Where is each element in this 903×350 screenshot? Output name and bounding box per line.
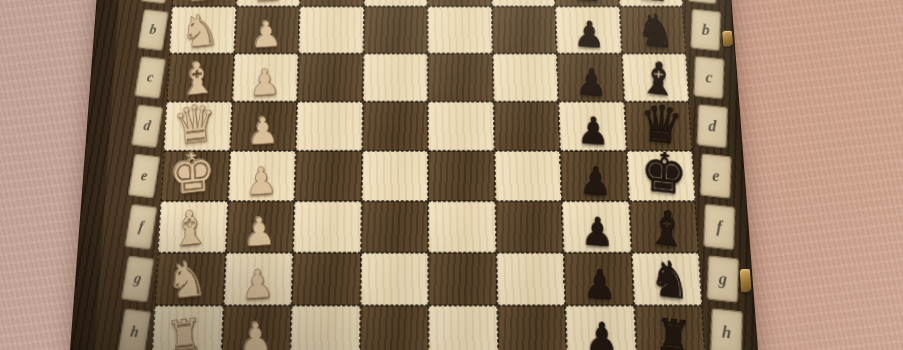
file-label-left-e: e — [128, 154, 160, 199]
file-label-left-d: d — [131, 104, 163, 148]
square-g5[interactable] — [428, 253, 497, 306]
white-pawn-b2[interactable]: ♟ — [234, 16, 297, 55]
file-label-left-a: a — [141, 0, 172, 4]
square-f5[interactable] — [428, 201, 496, 253]
file-label-right-f: f — [703, 204, 735, 250]
square-b5[interactable] — [427, 6, 492, 53]
square-c5[interactable] — [428, 54, 493, 102]
frame-edge-left: h — [70, 305, 154, 350]
black-pawn-b7[interactable]: ♟ — [558, 16, 621, 55]
square-d7[interactable]: ♟ — [558, 102, 626, 151]
square-d4[interactable] — [362, 102, 428, 151]
black-rook-h8[interactable]: ♜ — [638, 310, 707, 350]
square-e5[interactable] — [428, 151, 495, 201]
square-c2[interactable]: ♟ — [232, 54, 299, 102]
square-d3[interactable] — [296, 102, 363, 151]
black-pawn-d7[interactable]: ♟ — [561, 111, 625, 151]
file-label-right-b: b — [690, 9, 720, 51]
frame-edge-right: e — [692, 151, 745, 201]
file-label-left-f: f — [125, 204, 158, 250]
chess-board: a♜♟♟♜ab♞♟♟♞bc♝♟♟♝cd♛♟♟♛de♚♟♟♚ef♝♟♟♝fg♞♟♟… — [67, 0, 761, 350]
white-pawn-d2[interactable]: ♟ — [230, 111, 294, 151]
white-pawn-g2[interactable]: ♟ — [224, 263, 291, 306]
frame-edge-left: b — [93, 6, 171, 53]
square-e4[interactable] — [361, 151, 428, 201]
square-e2[interactable]: ♟ — [228, 151, 296, 201]
black-bishop-f8[interactable]: ♝ — [633, 201, 700, 255]
frame-edge-left: e — [82, 151, 163, 201]
square-g1[interactable]: ♞ — [155, 253, 226, 306]
file-label-right-e: e — [700, 153, 731, 198]
square-g7[interactable]: ♟ — [563, 253, 633, 306]
square-h2[interactable]: ♟ — [221, 305, 292, 350]
square-h1[interactable]: ♜ — [152, 305, 224, 350]
black-pawn-f7[interactable]: ♟ — [565, 211, 631, 253]
brass-clasp-icon — [722, 31, 733, 47]
board-grid: a♜♟♟♜ab♞♟♟♞bc♝♟♟♝cd♛♟♟♛de♚♟♟♚ef♝♟♟♝fg♞♟♟… — [67, 0, 761, 350]
square-b3[interactable] — [298, 6, 363, 53]
square-d6[interactable] — [493, 102, 560, 151]
square-f6[interactable] — [495, 201, 564, 253]
square-f4[interactable] — [361, 201, 429, 253]
square-f7[interactable]: ♟ — [562, 201, 631, 253]
square-b6[interactable] — [491, 6, 556, 53]
white-pawn-f2[interactable]: ♟ — [226, 211, 292, 253]
black-pawn-h7[interactable]: ♟ — [568, 316, 635, 350]
white-pawn-e2[interactable]: ♟ — [228, 161, 293, 202]
white-knight-b1[interactable]: ♞ — [168, 6, 233, 56]
square-b8[interactable]: ♞ — [619, 6, 686, 53]
white-rook-h1[interactable]: ♜ — [150, 310, 219, 350]
square-e7[interactable]: ♟ — [560, 151, 629, 201]
square-f2[interactable]: ♟ — [225, 201, 294, 253]
table-surface: a♜♟♟♜ab♞♟♟♞bc♝♟♟♝cd♛♟♟♛de♚♟♟♚ef♝♟♟♝fg♞♟♟… — [0, 0, 903, 350]
square-g6[interactable] — [496, 253, 565, 306]
frame-edge-left: c — [90, 54, 169, 102]
file-label-right-a: a — [687, 0, 717, 4]
square-f1[interactable]: ♝ — [158, 201, 228, 253]
square-g3[interactable] — [292, 253, 361, 306]
square-e8[interactable]: ♚ — [626, 151, 695, 201]
square-h7[interactable]: ♟ — [565, 305, 636, 350]
frame-edge-left: g — [74, 253, 157, 306]
black-knight-b8[interactable]: ♞ — [623, 6, 687, 56]
square-h5[interactable] — [428, 305, 497, 350]
square-d5[interactable] — [428, 102, 494, 151]
frame-edge-right: h — [702, 305, 758, 350]
file-label-left-g: g — [121, 256, 154, 303]
frame-edge-right: c — [686, 54, 738, 102]
white-bishop-f1[interactable]: ♝ — [156, 201, 224, 255]
square-f3[interactable] — [293, 201, 361, 253]
square-c6[interactable] — [492, 54, 558, 102]
square-h6[interactable] — [497, 305, 567, 350]
square-e1[interactable]: ♚ — [161, 151, 230, 201]
white-pawn-h2[interactable]: ♟ — [222, 316, 289, 350]
square-h3[interactable] — [290, 305, 360, 350]
frame-edge-right: f — [695, 201, 749, 253]
square-g8[interactable]: ♞ — [631, 253, 702, 306]
frame-edge-right: d — [689, 102, 742, 151]
black-pawn-e7[interactable]: ♟ — [563, 161, 628, 202]
square-b4[interactable] — [363, 6, 428, 53]
square-g4[interactable] — [360, 253, 428, 306]
square-e6[interactable] — [494, 151, 562, 201]
square-f8[interactable]: ♝ — [629, 201, 699, 253]
black-pawn-g7[interactable]: ♟ — [566, 263, 632, 306]
square-b7[interactable]: ♟ — [555, 6, 621, 53]
square-h4[interactable] — [359, 305, 428, 350]
brass-clasp-icon — [740, 269, 752, 292]
file-label-right-g: g — [707, 255, 739, 302]
file-label-left-c: c — [134, 56, 166, 99]
square-e3[interactable] — [294, 151, 361, 201]
frame-edge-left: d — [86, 102, 166, 151]
black-king-e8[interactable]: ♚ — [630, 143, 697, 204]
square-h8[interactable]: ♜ — [634, 305, 706, 350]
square-c7[interactable]: ♟ — [557, 54, 624, 102]
white-pawn-c2[interactable]: ♟ — [232, 63, 296, 103]
black-pawn-c7[interactable]: ♟ — [559, 63, 622, 103]
white-knight-g1[interactable]: ♞ — [153, 252, 221, 309]
square-b1[interactable]: ♞ — [169, 6, 236, 53]
file-label-right-c: c — [694, 56, 725, 99]
frame-edge-left: f — [78, 201, 160, 253]
file-label-left-b: b — [137, 9, 168, 51]
square-c4[interactable] — [362, 54, 427, 102]
square-c3[interactable] — [297, 54, 363, 102]
square-g2[interactable]: ♟ — [223, 253, 293, 306]
file-label-right-d: d — [697, 104, 728, 148]
square-b2[interactable]: ♟ — [234, 6, 300, 53]
file-label-right-h: h — [710, 308, 742, 350]
white-king-e1[interactable]: ♚ — [159, 143, 226, 204]
file-label-left-h: h — [118, 309, 152, 350]
black-knight-g8[interactable]: ♞ — [635, 252, 703, 309]
square-d2[interactable]: ♟ — [230, 102, 297, 151]
